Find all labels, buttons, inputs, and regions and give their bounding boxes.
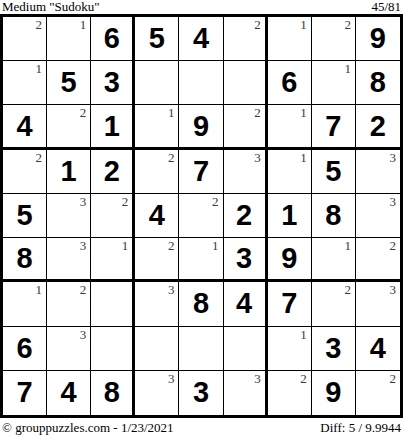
cell-r7c9[interactable]: 3: [356, 282, 400, 326]
pencil-mark: 2: [389, 239, 396, 252]
cell-r3c7[interactable]: 1: [268, 105, 312, 149]
cell-r9c4[interactable]: 3: [135, 371, 179, 415]
pencil-mark: 1: [344, 62, 351, 75]
cell-r6c7[interactable]: 9: [268, 238, 312, 282]
given-digit: 8: [370, 68, 386, 97]
sudoku-board: 2165421291536184211921722122731535324221…: [0, 14, 403, 418]
given-digit: 6: [281, 68, 297, 97]
cell-r7c7[interactable]: 7: [268, 282, 312, 326]
cell-r5c3[interactable]: 2: [91, 194, 135, 238]
pencil-mark: 2: [212, 195, 219, 208]
given-digit: 5: [325, 157, 341, 186]
cell-r1c9[interactable]: 9: [356, 17, 400, 61]
difficulty-text: Diff: 5 / 9.9944: [320, 421, 401, 435]
pencil-mark: 3: [254, 372, 261, 385]
cell-r1c1[interactable]: 2: [3, 17, 47, 61]
cell-r2c3[interactable]: 3: [91, 61, 135, 105]
pencil-mark: 2: [122, 195, 129, 208]
cell-r4c7[interactable]: 1: [268, 150, 312, 194]
pencil-mark: 3: [389, 151, 396, 164]
pencil-mark: 2: [254, 106, 261, 119]
cell-r8c5[interactable]: [179, 327, 223, 371]
pencil-mark: 2: [36, 18, 43, 31]
cell-r1c5[interactable]: 4: [179, 17, 223, 61]
pencil-mark: 2: [168, 239, 175, 252]
pencil-mark: 2: [344, 18, 351, 31]
given-digit: 3: [236, 244, 252, 273]
given-digit: 2: [104, 157, 120, 186]
cell-r4c4[interactable]: 2: [135, 150, 179, 194]
cell-r8c8[interactable]: 3: [312, 327, 356, 371]
cell-r4c9[interactable]: 3: [356, 150, 400, 194]
pencil-mark: 2: [80, 283, 87, 296]
given-digit: 5: [16, 201, 32, 230]
cell-r7c4[interactable]: 3: [135, 282, 179, 326]
cell-r8c3[interactable]: [91, 327, 135, 371]
cell-r4c2[interactable]: 1: [47, 150, 91, 194]
given-digit: 7: [193, 157, 209, 186]
pencil-mark: 3: [389, 283, 396, 296]
given-digit: 4: [236, 289, 252, 318]
cell-r3c4[interactable]: 1: [135, 105, 179, 149]
cell-r7c5[interactable]: 8: [179, 282, 223, 326]
given-digit: 2: [370, 112, 386, 141]
cell-r1c8[interactable]: 2: [312, 17, 356, 61]
cell-r2c7[interactable]: 6: [268, 61, 312, 105]
cell-r6c3[interactable]: 1: [91, 238, 135, 282]
cell-r2c6[interactable]: [224, 61, 268, 105]
pencil-mark: 3: [168, 372, 175, 385]
cell-r5c1[interactable]: 5: [3, 194, 47, 238]
cell-r7c8[interactable]: 2: [312, 282, 356, 326]
cell-r5c7[interactable]: 1: [268, 194, 312, 238]
pencil-mark: 3: [80, 195, 87, 208]
given-digit: 6: [104, 24, 120, 53]
pencil-mark: 1: [122, 239, 129, 252]
given-digit: 2: [236, 201, 252, 230]
given-digit: 8: [16, 244, 32, 273]
pencil-mark: 1: [168, 106, 175, 119]
cell-r8c1[interactable]: 6: [3, 327, 47, 371]
cell-r2c1[interactable]: 1: [3, 61, 47, 105]
pencil-mark: 1: [36, 62, 43, 75]
page-title: Medium "Sudoku": [2, 0, 100, 13]
cell-r3c5[interactable]: 9: [179, 105, 223, 149]
pencil-mark: 2: [80, 106, 87, 119]
given-digit: 4: [193, 24, 209, 53]
cell-r9c2[interactable]: 4: [47, 371, 91, 415]
pencil-mark: 2: [389, 372, 396, 385]
cell-r1c2[interactable]: 1: [47, 17, 91, 61]
pencil-mark: 1: [344, 239, 351, 252]
pencil-mark: 3: [80, 328, 87, 341]
given-digit: 7: [16, 378, 32, 407]
cell-r6c9[interactable]: 2: [356, 238, 400, 282]
pencil-mark: 1: [300, 328, 307, 341]
cell-r3c6[interactable]: 2: [224, 105, 268, 149]
given-digit: 5: [61, 68, 77, 97]
cell-r9c9[interactable]: 2: [356, 371, 400, 415]
cell-r4c1[interactable]: 2: [3, 150, 47, 194]
given-digit: 9: [281, 244, 297, 273]
given-digit: 3: [193, 378, 209, 407]
header: Medium "Sudoku" 45/81: [0, 0, 403, 14]
pencil-mark: 3: [168, 283, 175, 296]
given-digit: 4: [370, 334, 386, 363]
footer: © grouppuzzles.com - 1/23/2021 Diff: 5 /…: [0, 421, 403, 435]
cell-r6c8[interactable]: 1: [312, 238, 356, 282]
cell-r8c6[interactable]: [224, 327, 268, 371]
cell-r7c6[interactable]: 4: [224, 282, 268, 326]
given-digit: 7: [325, 112, 341, 141]
cell-r6c5[interactable]: 1: [179, 238, 223, 282]
cell-r1c3[interactable]: 6: [91, 17, 135, 61]
cell-r4c8[interactable]: 5: [312, 150, 356, 194]
cell-r4c6[interactable]: 3: [224, 150, 268, 194]
pencil-mark: 1: [36, 283, 43, 296]
cell-r5c2[interactable]: 3: [47, 194, 91, 238]
cell-r4c3[interactable]: 2: [91, 150, 135, 194]
given-digit: 3: [325, 334, 341, 363]
cell-r6c2[interactable]: 3: [47, 238, 91, 282]
cell-r9c1[interactable]: 7: [3, 371, 47, 415]
cell-r8c2[interactable]: 3: [47, 327, 91, 371]
given-digit: 9: [325, 378, 341, 407]
given-digit: 1: [104, 112, 120, 141]
given-digit: 6: [16, 334, 32, 363]
given-digit: 4: [61, 378, 77, 407]
cell-r9c6[interactable]: 3: [224, 371, 268, 415]
given-digit: 9: [193, 112, 209, 141]
cell-r3c3[interactable]: 1: [91, 105, 135, 149]
pencil-mark: 2: [254, 18, 261, 31]
cell-r6c4[interactable]: 2: [135, 238, 179, 282]
given-digit: 8: [104, 378, 120, 407]
cell-r7c3[interactable]: [91, 282, 135, 326]
cell-r8c4[interactable]: [135, 327, 179, 371]
given-digit: 7: [281, 289, 297, 318]
given-digit: 4: [16, 112, 32, 141]
cell-r6c1[interactable]: 8: [3, 238, 47, 282]
given-digit: 5: [149, 24, 165, 53]
cell-r9c5[interactable]: 3: [179, 371, 223, 415]
cell-r5c6[interactable]: 2: [224, 194, 268, 238]
cell-r4c5[interactable]: 7: [179, 150, 223, 194]
cell-r2c8[interactable]: 1: [312, 61, 356, 105]
given-digit: 1: [61, 157, 77, 186]
pencil-mark: 3: [389, 195, 396, 208]
cell-r2c4[interactable]: [135, 61, 179, 105]
pencil-mark: 2: [344, 283, 351, 296]
pencil-mark: 3: [254, 151, 261, 164]
cell-r7c1[interactable]: 1: [3, 282, 47, 326]
given-digit: 1: [281, 201, 297, 230]
given-digit: 9: [370, 24, 386, 53]
cell-r9c8[interactable]: 9: [312, 371, 356, 415]
cell-r1c6[interactable]: 2: [224, 17, 268, 61]
cell-r8c7[interactable]: 1: [268, 327, 312, 371]
cell-r5c9[interactable]: 3: [356, 194, 400, 238]
cell-r7c2[interactable]: 2: [47, 282, 91, 326]
cell-r5c5[interactable]: 2: [179, 194, 223, 238]
cell-r3c8[interactable]: 7: [312, 105, 356, 149]
pencil-mark: 1: [300, 151, 307, 164]
cell-r1c4[interactable]: 5: [135, 17, 179, 61]
pencil-mark: 1: [300, 106, 307, 119]
cell-r3c9[interactable]: 2: [356, 105, 400, 149]
given-digit: 8: [193, 289, 209, 318]
cell-r2c9[interactable]: 8: [356, 61, 400, 105]
cell-r6c6[interactable]: 3: [224, 238, 268, 282]
cell-r2c2[interactable]: 5: [47, 61, 91, 105]
given-digit: 4: [149, 201, 165, 230]
copyright-text: © grouppuzzles.com - 1/23/2021: [2, 421, 174, 435]
given-digit: 8: [325, 201, 341, 230]
pencil-mark: 3: [80, 239, 87, 252]
cell-r9c7[interactable]: 2: [268, 371, 312, 415]
cell-r5c8[interactable]: 8: [312, 194, 356, 238]
cell-r3c1[interactable]: 4: [3, 105, 47, 149]
pencil-mark: 1: [300, 18, 307, 31]
cell-r5c4[interactable]: 4: [135, 194, 179, 238]
cell-r2c5[interactable]: [179, 61, 223, 105]
pencil-mark: 2: [300, 372, 307, 385]
pencil-mark: 2: [168, 151, 175, 164]
cell-r8c9[interactable]: 4: [356, 327, 400, 371]
cell-r9c3[interactable]: 8: [91, 371, 135, 415]
pencil-mark: 2: [36, 151, 43, 164]
pencil-mark: 1: [80, 18, 87, 31]
given-digit: 3: [104, 68, 120, 97]
cell-r3c2[interactable]: 2: [47, 105, 91, 149]
pencil-mark: 1: [212, 239, 219, 252]
progress-counter: 45/81: [371, 0, 401, 13]
cell-r1c7[interactable]: 1: [268, 17, 312, 61]
